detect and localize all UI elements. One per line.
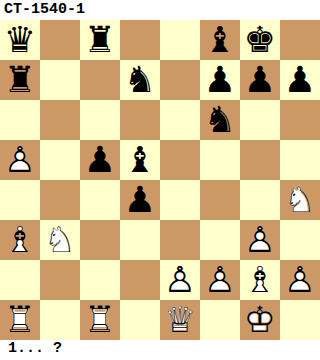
square-h7[interactable]: ♟: [280, 60, 320, 100]
square-a4[interactable]: [0, 180, 40, 220]
square-e7[interactable]: [160, 60, 200, 100]
black-knight-body: ♞: [200, 100, 240, 140]
square-b8[interactable]: [40, 20, 80, 60]
square-c6[interactable]: [80, 100, 120, 140]
black-pawn-body: ♟: [80, 140, 120, 180]
square-f8[interactable]: ♝: [200, 20, 240, 60]
white-rook-outline: ♖: [80, 300, 120, 340]
white-bishop-outline: ♗: [240, 260, 280, 300]
black-bishop-body: ♝: [120, 140, 160, 180]
square-a6[interactable]: [0, 100, 40, 140]
white-pawn: ♟♙: [200, 260, 240, 300]
square-c8[interactable]: ♜: [80, 20, 120, 60]
white-pawn: ♟♙: [280, 260, 320, 300]
square-g3[interactable]: ♟♙: [240, 220, 280, 260]
white-pawn: ♟♙: [160, 260, 200, 300]
square-e8[interactable]: [160, 20, 200, 60]
white-knight: ♞♘: [280, 180, 320, 220]
white-queen: ♛♕: [160, 300, 200, 340]
square-b7[interactable]: [40, 60, 80, 100]
square-b2[interactable]: [40, 260, 80, 300]
square-d7[interactable]: ♞: [120, 60, 160, 100]
white-king: ♚♔: [240, 300, 280, 340]
white-pawn-outline: ♙: [0, 140, 40, 180]
square-d5[interactable]: ♝: [120, 140, 160, 180]
black-queen-body: ♛: [0, 20, 40, 60]
puzzle-title: CT-1540-1: [0, 0, 320, 20]
square-c5[interactable]: ♟: [80, 140, 120, 180]
black-bishop-body: ♝: [200, 20, 240, 60]
square-h5[interactable]: [280, 140, 320, 180]
square-b1[interactable]: [40, 300, 80, 340]
white-pawn-outline: ♙: [200, 260, 240, 300]
white-knight-outline: ♘: [280, 180, 320, 220]
square-d2[interactable]: [120, 260, 160, 300]
square-e4[interactable]: [160, 180, 200, 220]
black-king: ♚: [240, 20, 280, 60]
square-d4[interactable]: ♟: [120, 180, 160, 220]
square-f7[interactable]: ♟: [200, 60, 240, 100]
white-bishop-outline: ♗: [0, 220, 40, 260]
square-f2[interactable]: ♟♙: [200, 260, 240, 300]
square-b4[interactable]: [40, 180, 80, 220]
black-bishop: ♝: [120, 140, 160, 180]
white-knight: ♞♘: [40, 220, 80, 260]
black-pawn: ♟: [80, 140, 120, 180]
chess-board: ♛♜♝♚♜♞♟♟♟♞♟♙♟♝♟♞♘♝♗♞♘♟♙♟♙♟♙♝♗♟♙♜♖♜♖♛♕♚♔: [0, 20, 320, 340]
square-d8[interactable]: [120, 20, 160, 60]
square-f5[interactable]: [200, 140, 240, 180]
square-a3[interactable]: ♝♗: [0, 220, 40, 260]
square-h6[interactable]: [280, 100, 320, 140]
black-pawn: ♟: [280, 60, 320, 100]
square-b3[interactable]: ♞♘: [40, 220, 80, 260]
black-rook-body: ♜: [80, 20, 120, 60]
square-g5[interactable]: [240, 140, 280, 180]
white-pawn: ♟♙: [0, 140, 40, 180]
square-d3[interactable]: [120, 220, 160, 260]
white-bishop: ♝♗: [240, 260, 280, 300]
square-a8[interactable]: ♛: [0, 20, 40, 60]
white-pawn-outline: ♙: [280, 260, 320, 300]
square-a2[interactable]: [0, 260, 40, 300]
square-f3[interactable]: [200, 220, 240, 260]
square-h1[interactable]: [280, 300, 320, 340]
black-pawn-body: ♟: [280, 60, 320, 100]
black-pawn-body: ♟: [200, 60, 240, 100]
square-b5[interactable]: [40, 140, 80, 180]
square-e3[interactable]: [160, 220, 200, 260]
square-e6[interactable]: [160, 100, 200, 140]
black-queen: ♛: [0, 20, 40, 60]
square-g8[interactable]: ♚: [240, 20, 280, 60]
black-pawn-body: ♟: [120, 180, 160, 220]
black-knight: ♞: [120, 60, 160, 100]
square-h4[interactable]: ♞♘: [280, 180, 320, 220]
square-e1[interactable]: ♛♕: [160, 300, 200, 340]
black-pawn: ♟: [120, 180, 160, 220]
square-g1[interactable]: ♚♔: [240, 300, 280, 340]
black-rook: ♜: [0, 60, 40, 100]
white-rook-outline: ♖: [0, 300, 40, 340]
square-d6[interactable]: [120, 100, 160, 140]
square-g6[interactable]: [240, 100, 280, 140]
white-pawn-outline: ♙: [160, 260, 200, 300]
square-c1[interactable]: ♜♖: [80, 300, 120, 340]
black-rook-body: ♜: [0, 60, 40, 100]
white-pawn-outline: ♙: [240, 220, 280, 260]
square-a7[interactable]: ♜: [0, 60, 40, 100]
square-b6[interactable]: [40, 100, 80, 140]
black-pawn: ♟: [240, 60, 280, 100]
square-f1[interactable]: [200, 300, 240, 340]
square-h2[interactable]: ♟♙: [280, 260, 320, 300]
square-f6[interactable]: ♞: [200, 100, 240, 140]
square-g4[interactable]: [240, 180, 280, 220]
square-a1[interactable]: ♜♖: [0, 300, 40, 340]
black-pawn-body: ♟: [240, 60, 280, 100]
square-e5[interactable]: [160, 140, 200, 180]
black-king-body: ♚: [240, 20, 280, 60]
white-knight-outline: ♘: [40, 220, 80, 260]
square-a5[interactable]: ♟♙: [0, 140, 40, 180]
black-knight-body: ♞: [120, 60, 160, 100]
square-d1[interactable]: [120, 300, 160, 340]
square-g2[interactable]: ♝♗: [240, 260, 280, 300]
square-c4[interactable]: [80, 180, 120, 220]
black-bishop: ♝: [200, 20, 240, 60]
square-c7[interactable]: [80, 60, 120, 100]
move-prompt: 1... ?: [0, 340, 320, 360]
white-bishop: ♝♗: [0, 220, 40, 260]
square-f4[interactable]: [200, 180, 240, 220]
square-h3[interactable]: [280, 220, 320, 260]
white-king-outline: ♔: [240, 300, 280, 340]
black-pawn: ♟: [200, 60, 240, 100]
square-g7[interactable]: ♟: [240, 60, 280, 100]
square-c3[interactable]: [80, 220, 120, 260]
white-queen-outline: ♕: [160, 300, 200, 340]
square-h8[interactable]: [280, 20, 320, 60]
white-pawn: ♟♙: [240, 220, 280, 260]
square-e2[interactable]: ♟♙: [160, 260, 200, 300]
black-knight: ♞: [200, 100, 240, 140]
square-c2[interactable]: [80, 260, 120, 300]
white-rook: ♜♖: [80, 300, 120, 340]
black-rook: ♜: [80, 20, 120, 60]
white-rook: ♜♖: [0, 300, 40, 340]
